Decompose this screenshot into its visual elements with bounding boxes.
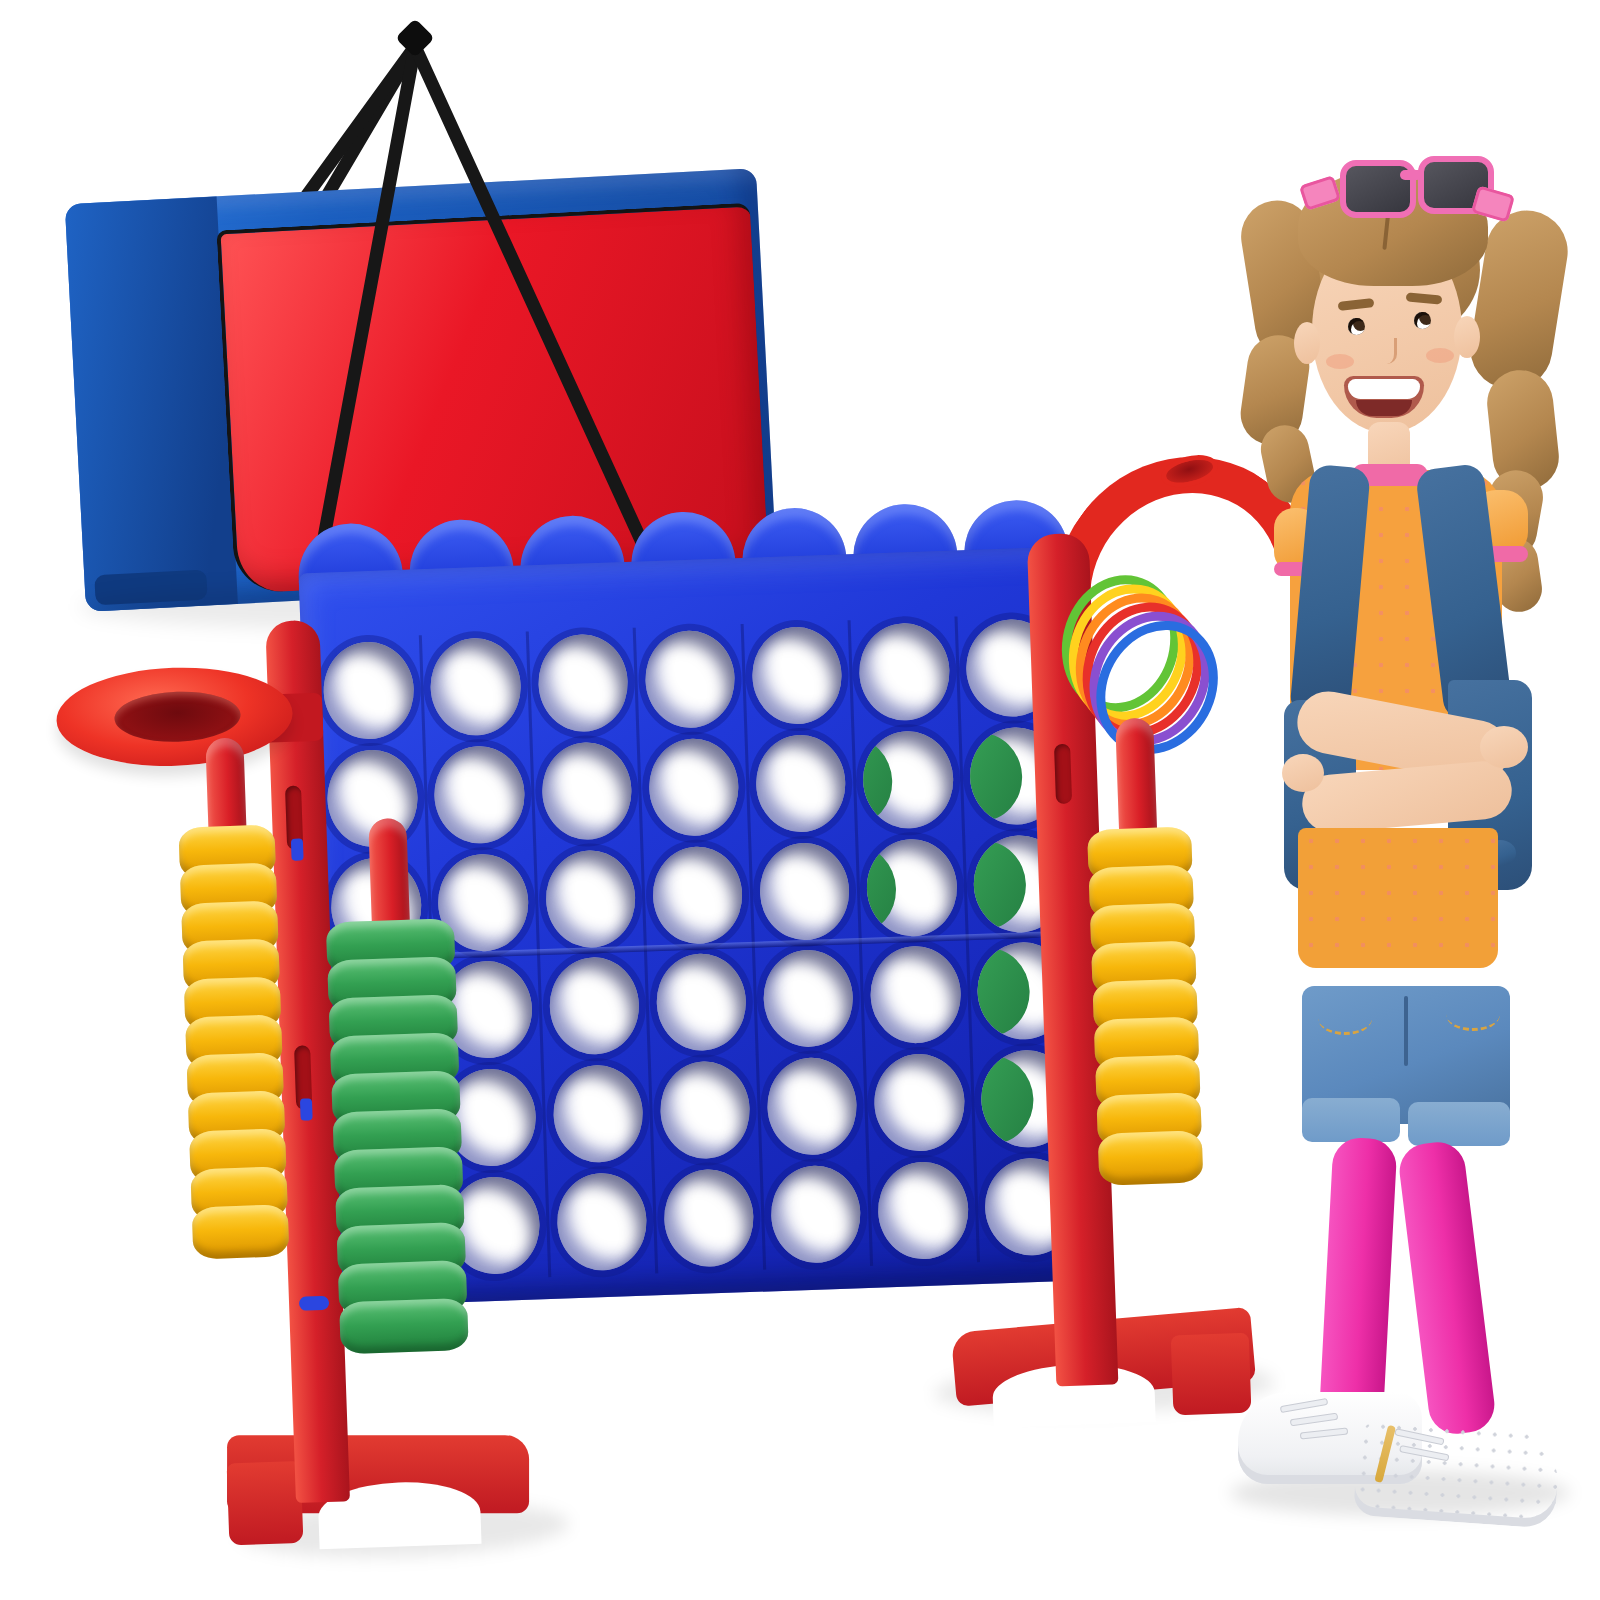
green-disc-showthrough — [969, 731, 1024, 823]
sneaker-right — [1353, 1417, 1561, 1529]
board-cell-c4r1 — [636, 624, 747, 735]
board-cell-c6r1 — [850, 616, 961, 727]
green-disc-showthrough — [973, 839, 1028, 931]
board-hole — [537, 633, 630, 733]
board-hole — [751, 626, 844, 726]
board-cell-c3r6 — [548, 1166, 659, 1277]
blush-left — [1326, 354, 1354, 369]
board-hole — [655, 952, 748, 1052]
tights-leg-left — [1318, 1137, 1397, 1432]
sunglasses-bridge — [1400, 170, 1422, 180]
board-hole — [865, 837, 958, 937]
hand-right — [1480, 726, 1528, 768]
shoelace — [1290, 1413, 1339, 1427]
child-photo — [1190, 140, 1600, 1550]
yellow-disc — [192, 1204, 290, 1259]
board-hole — [766, 1056, 859, 1156]
board-cell-c3r3 — [537, 843, 648, 954]
gold-zipper — [1374, 1425, 1396, 1483]
board-cell-c4r3 — [644, 839, 755, 950]
tights-leg-right — [1396, 1139, 1497, 1437]
board-cell-c3r4 — [540, 950, 651, 1061]
board-hole — [762, 949, 855, 1049]
board-cell-c5r4 — [754, 943, 865, 1054]
board-hole — [769, 1164, 862, 1264]
board-cell-c1r1 — [315, 635, 426, 746]
board-hole — [433, 745, 526, 845]
eye-left — [1348, 318, 1365, 335]
board-hole — [754, 734, 847, 834]
blush-right — [1426, 348, 1454, 363]
shorts-seam — [1404, 996, 1408, 1066]
board-cell-c4r5 — [651, 1054, 762, 1165]
board-hole — [758, 841, 851, 941]
board-cell-c4r4 — [647, 947, 758, 1058]
board-cell-c2r2 — [426, 739, 537, 850]
board-hole — [548, 956, 641, 1056]
eye-right — [1414, 312, 1431, 329]
board-cell-c6r6 — [869, 1154, 980, 1265]
blue-clip — [300, 1098, 313, 1120]
sunglasses-lens-left — [1340, 160, 1416, 218]
shoelace — [1300, 1428, 1348, 1440]
tshirt-hem — [1298, 828, 1498, 968]
board-hole — [858, 622, 951, 722]
board-cell-c4r2 — [640, 732, 751, 843]
board-cell-c2r1 — [422, 631, 533, 742]
blue-clip — [291, 838, 304, 860]
blue-strap-loop — [299, 1296, 329, 1311]
board-cell-c6r5 — [865, 1047, 976, 1158]
board-hole — [861, 730, 954, 830]
shorts-cuff-left — [1302, 1098, 1400, 1142]
left-yellow-disc-stack — [178, 824, 289, 1259]
mouth-inner — [1356, 400, 1412, 416]
board-hole — [647, 737, 740, 837]
board-hole — [869, 945, 962, 1045]
board-cell-c6r3 — [858, 832, 969, 943]
board-hole — [651, 845, 744, 945]
bag-strap-knot — [395, 18, 435, 58]
green-disc-showthrough — [861, 736, 893, 828]
board-cell-c5r5 — [758, 1051, 869, 1162]
shorts-pocket-right — [1446, 998, 1500, 1031]
board-cell-c3r5 — [544, 1058, 655, 1169]
board-hole — [644, 630, 737, 730]
board-cell-c6r4 — [862, 939, 973, 1050]
board-cell-c5r3 — [751, 835, 862, 946]
yellow-disc — [1098, 1130, 1204, 1186]
product-photo-scene — [0, 0, 1600, 1600]
board-cell-c5r2 — [747, 728, 858, 839]
shorts-cuff-right — [1408, 1102, 1510, 1146]
board-hole — [322, 641, 415, 741]
ear-right — [1454, 316, 1480, 358]
board-cell-c5r1 — [743, 620, 854, 731]
connect-four-set — [43, 451, 1332, 1600]
board-cell-c4r6 — [655, 1162, 766, 1273]
shoelace — [1399, 1445, 1449, 1461]
left-leg-pad — [227, 1461, 304, 1546]
nose — [1382, 338, 1397, 364]
teeth — [1348, 379, 1420, 399]
board-hole — [873, 1053, 966, 1153]
board-hole — [659, 1060, 752, 1160]
right-yellow-disc-stack — [1087, 826, 1203, 1185]
green-disc-showthrough — [865, 843, 897, 935]
ear-left — [1294, 322, 1320, 364]
green-disc — [339, 1298, 469, 1354]
board-cell-c3r2 — [533, 735, 644, 846]
board-hole — [429, 637, 522, 737]
green-disc-showthrough — [976, 946, 1031, 1038]
shorts-pocket-left — [1318, 1002, 1372, 1035]
board-cell-c3r1 — [529, 628, 640, 739]
board-hole — [544, 849, 637, 949]
shoelace — [1280, 1398, 1328, 1413]
board-hole — [540, 741, 633, 841]
shoelace — [1394, 1428, 1444, 1445]
board-cell-c5r6 — [762, 1158, 873, 1269]
green-disc-showthrough — [980, 1054, 1035, 1146]
board-hole — [662, 1168, 755, 1268]
board-hole — [877, 1160, 970, 1260]
left-green-disc-stack — [326, 918, 469, 1354]
board-hole — [555, 1171, 648, 1271]
board-hole — [552, 1064, 645, 1164]
board-cell-c6r2 — [854, 724, 965, 835]
hand-left — [1282, 754, 1324, 792]
